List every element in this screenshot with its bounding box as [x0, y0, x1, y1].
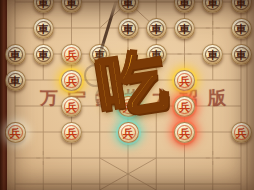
piece-red-soldier[interactable]: 兵 [118, 122, 139, 143]
piece-black-chariot[interactable]: 車 [202, 44, 223, 65]
piece-glyph: 兵 [66, 101, 77, 112]
piece-black-chariot[interactable]: 車 [146, 18, 167, 39]
piece-glyph: 車 [10, 49, 21, 60]
piece-glyph: 車 [151, 23, 162, 34]
piece-black-chariot[interactable]: 車 [5, 70, 26, 91]
piece-glyph: 兵 [123, 101, 134, 112]
piece-glyph: 車 [207, 49, 218, 60]
piece-glyph: 兵 [179, 75, 190, 86]
piece-glyph: 兵 [66, 75, 77, 86]
piece-glyph: 車 [10, 75, 21, 86]
piece-red-soldier[interactable]: 兵 [61, 122, 82, 143]
piece-glyph: 車 [94, 49, 105, 60]
piece-glyph: 兵 [66, 49, 77, 60]
piece-black-chariot[interactable]: 車 [5, 44, 26, 65]
piece-red-soldier[interactable]: 兵 [174, 70, 195, 91]
piece-glyph: 兵 [179, 101, 190, 112]
piece-black-chariot[interactable]: 車 [174, 18, 195, 39]
piece-glyph: 兵 [179, 127, 190, 138]
piece-glyph: 兵 [123, 127, 134, 138]
piece-glyph: 車 [236, 23, 247, 34]
piece-glyph: 兵 [66, 127, 77, 138]
xiangqi-board: 万宁象棋大招版 車車車車車車車車車車車車車兵車車車車車兵兵兵兵兵兵兵兵兵兵 吃 [0, 0, 254, 190]
piece-glyph: 車 [179, 23, 190, 34]
piece-glyph: 車 [123, 23, 134, 34]
piece-glyph: 車 [66, 0, 77, 8]
piece-glyph: 車 [123, 0, 134, 8]
piece-red-soldier[interactable]: 兵 [61, 44, 82, 65]
piece-glyph: 車 [236, 49, 247, 60]
piece-red-soldier[interactable]: 兵 [231, 122, 252, 143]
piece-black-chariot[interactable]: 車 [118, 18, 139, 39]
piece-glyph: 車 [38, 49, 49, 60]
piece-glyph: 車 [151, 49, 162, 60]
piece-black-chariot[interactable]: 車 [146, 44, 167, 65]
piece-glyph: 車 [38, 0, 49, 8]
piece-glyph: 兵 [10, 127, 21, 138]
piece-red-soldier[interactable]: 兵 [118, 96, 139, 117]
piece-red-soldier[interactable]: 兵 [5, 122, 26, 143]
piece-black-chariot[interactable]: 車 [231, 18, 252, 39]
piece-black-chariot[interactable]: 車 [231, 44, 252, 65]
piece-red-soldier[interactable]: 兵 [174, 122, 195, 143]
piece-glyph: 車 [38, 23, 49, 34]
piece-glyph: 車 [236, 0, 247, 8]
piece-black-chariot[interactable]: 車 [33, 18, 54, 39]
piece-glyph: 車 [179, 0, 190, 8]
piece-glyph: 兵 [236, 127, 247, 138]
piece-black-chariot[interactable]: 車 [33, 44, 54, 65]
piece-red-soldier[interactable]: 兵 [174, 96, 195, 117]
piece-glyph: 車 [207, 0, 218, 8]
piece-black-chariot[interactable]: 車 [89, 44, 110, 65]
piece-red-soldier[interactable]: 兵 [61, 70, 82, 91]
piece-red-soldier[interactable]: 兵 [61, 96, 82, 117]
